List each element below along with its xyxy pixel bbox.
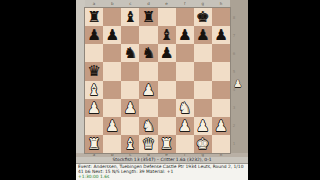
piece-white-bishop-a4[interactable]: ♝ <box>87 81 100 99</box>
square-b3[interactable] <box>103 99 121 117</box>
square-b5[interactable] <box>103 62 121 80</box>
piece-white-rook-a1[interactable]: ♜ <box>87 135 100 153</box>
square-g3[interactable] <box>194 99 212 117</box>
square-a8[interactable]: ♜ <box>85 8 103 26</box>
board-panel: abcdefgh abcdefgh 87654321 ♜♝♜♚♟♟♝♟♟♟♞♞♟… <box>76 0 248 157</box>
piece-white-pawn-d4[interactable]: ♟ <box>142 81 155 99</box>
square-c2[interactable] <box>121 117 139 135</box>
square-c8[interactable]: ♝ <box>121 8 139 26</box>
square-d3[interactable] <box>139 99 157 117</box>
square-b7[interactable]: ♟ <box>103 26 121 44</box>
square-e3[interactable] <box>158 99 176 117</box>
file-label-c: c <box>121 1 139 7</box>
square-d5[interactable] <box>139 62 157 80</box>
square-c7[interactable] <box>121 26 139 44</box>
square-e1[interactable]: ♜ <box>158 135 176 153</box>
square-c3[interactable]: ♟ <box>121 99 139 117</box>
chess-board: ♜♝♜♚♟♟♝♟♟♟♞♞♟♛♝♟♟♟♞♟♞♟♟♟♜♝♛♜♚ <box>85 8 230 153</box>
file-label-d: d <box>139 1 157 7</box>
square-f7[interactable]: ♟ <box>176 26 194 44</box>
piece-white-pawn-f2[interactable]: ♟ <box>178 117 191 135</box>
square-c6[interactable]: ♞ <box>121 44 139 62</box>
square-h5[interactable] <box>212 62 230 80</box>
square-a2[interactable] <box>85 117 103 135</box>
file-labels-top: abcdefgh <box>85 1 230 7</box>
game-info-bar: Stockfish 13 (3547) – Critter 1.6a (3232… <box>76 157 248 180</box>
piece-black-pawn-f7[interactable]: ♟ <box>178 26 191 44</box>
square-e5[interactable] <box>158 62 176 80</box>
rank-label-1: 1 <box>231 135 237 153</box>
file-label-f: f <box>176 1 194 7</box>
piece-black-rook-d8[interactable]: ♜ <box>142 8 155 26</box>
square-e7[interactable]: ♝ <box>158 26 176 44</box>
square-h4[interactable] <box>212 81 230 99</box>
piece-black-knight-d6[interactable]: ♞ <box>142 44 155 62</box>
file-label-a: a <box>85 1 103 7</box>
file-label-b: b <box>103 1 121 7</box>
square-g6[interactable] <box>194 44 212 62</box>
piece-black-pawn-a7[interactable]: ♟ <box>87 26 100 44</box>
square-f5[interactable] <box>176 62 194 80</box>
file-label-e: e <box>158 1 176 7</box>
piece-white-queen-d1[interactable]: ♛ <box>142 135 155 153</box>
game-info-sheet: Event: Anderssen, Tuebingen Defense Cast… <box>76 163 248 180</box>
rank-label-6: 6 <box>231 44 237 62</box>
square-h1[interactable] <box>212 135 230 153</box>
square-f6[interactable] <box>176 44 194 62</box>
square-h7[interactable]: ♟ <box>212 26 230 44</box>
square-b8[interactable] <box>103 8 121 26</box>
file-label-g: g <box>194 1 212 7</box>
piece-white-king-g1[interactable]: ♚ <box>196 135 209 153</box>
square-c1[interactable]: ♝ <box>121 135 139 153</box>
piece-white-pawn-a3[interactable]: ♟ <box>87 99 100 117</box>
square-g7[interactable]: ♟ <box>194 26 212 44</box>
square-g1[interactable]: ♚ <box>194 135 212 153</box>
square-g5[interactable] <box>194 62 212 80</box>
square-h8[interactable] <box>212 8 230 26</box>
piece-white-rook-e1[interactable]: ♜ <box>160 135 173 153</box>
square-b6[interactable] <box>103 44 121 62</box>
square-e8[interactable] <box>158 8 176 26</box>
square-e2[interactable] <box>158 117 176 135</box>
square-a4[interactable]: ♝ <box>85 81 103 99</box>
piece-black-pawn-g7[interactable]: ♟ <box>196 26 209 44</box>
piece-black-knight-c6[interactable]: ♞ <box>124 44 137 62</box>
game-clock-line: +1:30:00 1.6s <box>76 174 248 179</box>
square-a1[interactable]: ♜ <box>85 135 103 153</box>
board-frame-left <box>76 0 85 157</box>
file-label-h: h <box>212 1 230 7</box>
piece-white-pawn-g2[interactable]: ♟ <box>196 117 209 135</box>
square-e4[interactable] <box>158 81 176 99</box>
piece-white-bishop-c1[interactable]: ♝ <box>124 135 137 153</box>
piece-black-pawn-b7[interactable]: ♟ <box>105 26 118 44</box>
piece-black-bishop-c8[interactable]: ♝ <box>124 8 137 26</box>
piece-white-pawn-c3[interactable]: ♟ <box>124 99 137 117</box>
square-a6[interactable] <box>85 44 103 62</box>
piece-black-pawn-e6[interactable]: ♟ <box>160 44 173 62</box>
piece-white-pawn-b2[interactable]: ♟ <box>105 117 118 135</box>
square-g4[interactable] <box>194 81 212 99</box>
square-d8[interactable]: ♜ <box>139 8 157 26</box>
piece-black-queen-a5[interactable]: ♛ <box>87 62 100 80</box>
square-f8[interactable] <box>176 8 194 26</box>
square-h3[interactable] <box>212 99 230 117</box>
square-a5[interactable]: ♛ <box>85 62 103 80</box>
rank-label-7: 7 <box>231 26 237 44</box>
square-d1[interactable]: ♛ <box>139 135 157 153</box>
square-d2[interactable]: ♞ <box>139 117 157 135</box>
square-d6[interactable]: ♞ <box>139 44 157 62</box>
piece-black-king-g8[interactable]: ♚ <box>196 8 209 26</box>
white-to-move-pawn-icon: ♟ <box>231 76 245 90</box>
square-c5[interactable] <box>121 62 139 80</box>
piece-white-knight-d2[interactable]: ♞ <box>142 117 155 135</box>
square-h6[interactable] <box>212 44 230 62</box>
square-b1[interactable] <box>103 135 121 153</box>
piece-black-pawn-h7[interactable]: ♟ <box>214 26 227 44</box>
piece-white-knight-f3[interactable]: ♞ <box>178 99 191 117</box>
rank-label-2: 2 <box>231 117 237 135</box>
square-d7[interactable] <box>139 26 157 44</box>
square-f3[interactable]: ♞ <box>176 99 194 117</box>
square-f2[interactable]: ♟ <box>176 117 194 135</box>
rank-label-3: 3 <box>231 99 237 117</box>
square-g2[interactable]: ♟ <box>194 117 212 135</box>
square-a3[interactable]: ♟ <box>85 99 103 117</box>
square-g8[interactable]: ♚ <box>194 8 212 26</box>
square-f1[interactable] <box>176 135 194 153</box>
piece-black-rook-a8[interactable]: ♜ <box>87 8 100 26</box>
square-b4[interactable] <box>103 81 121 99</box>
piece-white-pawn-h2[interactable]: ♟ <box>214 117 227 135</box>
square-f4[interactable] <box>176 81 194 99</box>
square-e6[interactable]: ♟ <box>158 44 176 62</box>
square-b2[interactable]: ♟ <box>103 117 121 135</box>
square-h2[interactable]: ♟ <box>212 117 230 135</box>
rank-label-8: 8 <box>231 8 237 26</box>
square-c4[interactable] <box>121 81 139 99</box>
piece-black-bishop-e7[interactable]: ♝ <box>160 26 173 44</box>
square-a7[interactable]: ♟ <box>85 26 103 44</box>
square-d4[interactable]: ♟ <box>139 81 157 99</box>
